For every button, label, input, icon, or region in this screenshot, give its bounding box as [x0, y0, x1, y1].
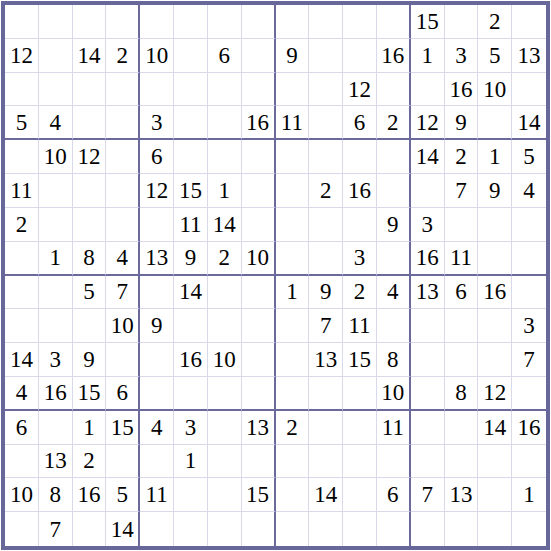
cell-r15c13-given: 7 — [411, 478, 445, 512]
cell-r6c4-empty[interactable] — [106, 174, 140, 208]
cell-r8c7-given: 2 — [208, 242, 242, 276]
cell-r10c14-empty[interactable] — [445, 309, 479, 343]
cell-r8c11-given: 3 — [343, 242, 377, 276]
cell-r6c11-given: 16 — [343, 174, 377, 208]
cell-r10c6-empty[interactable] — [174, 309, 208, 343]
cell-r7c9-empty[interactable] — [276, 208, 310, 242]
cell-r3c7-empty[interactable] — [208, 73, 242, 107]
cell-r7c14-empty[interactable] — [445, 208, 479, 242]
cell-r15c15-empty[interactable] — [478, 478, 512, 512]
cell-r13c15-given: 14 — [478, 411, 512, 445]
cell-r4c2-given: 4 — [39, 106, 73, 140]
cell-r14c3-given: 2 — [73, 445, 107, 479]
cell-r1c16-empty[interactable] — [512, 5, 546, 39]
cell-r8c10-empty[interactable] — [309, 242, 343, 276]
cell-r14c9-empty[interactable] — [276, 445, 310, 479]
cell-r3c3-empty[interactable] — [73, 73, 107, 107]
cell-r16c4-given: 14 — [106, 512, 140, 546]
cell-r6c13-empty[interactable] — [411, 174, 445, 208]
cell-r9c8-empty[interactable] — [242, 276, 276, 310]
cell-r15c14-given: 13 — [445, 478, 479, 512]
cell-r6c15-given: 9 — [478, 174, 512, 208]
cell-r13c16-given: 16 — [512, 411, 546, 445]
cell-r6c16-given: 4 — [512, 174, 546, 208]
cell-r12c11-empty[interactable] — [343, 377, 377, 411]
cell-r2c6-empty[interactable] — [174, 39, 208, 73]
cell-r1c11-empty[interactable] — [343, 5, 377, 39]
cell-r14c14-empty[interactable] — [445, 445, 479, 479]
cell-r8c14-given: 11 — [445, 242, 479, 276]
cell-r5c2-given: 10 — [39, 140, 73, 174]
cell-r15c1-given: 10 — [5, 478, 39, 512]
cell-r8c4-given: 4 — [106, 242, 140, 276]
cell-r7c2-empty[interactable] — [39, 208, 73, 242]
cell-r2c14-given: 3 — [445, 39, 479, 73]
cell-r7c4-empty[interactable] — [106, 208, 140, 242]
cell-r13c4-given: 15 — [106, 411, 140, 445]
cell-r6c7-given: 1 — [208, 174, 242, 208]
cell-r4c10-empty[interactable] — [309, 106, 343, 140]
cell-r5c7-empty[interactable] — [208, 140, 242, 174]
cell-r14c6-given: 1 — [174, 445, 208, 479]
cell-r9c10-given: 9 — [309, 276, 343, 310]
sudoku-board: 1521214210691613513121610543161162129141… — [1, 1, 550, 550]
cell-r7c1-given: 2 — [5, 208, 39, 242]
cell-r4c13-given: 12 — [411, 106, 445, 140]
cell-r12c1-given: 4 — [5, 377, 39, 411]
cell-r1c5-empty[interactable] — [140, 5, 174, 39]
cell-r15c4-given: 5 — [106, 478, 140, 512]
cell-r5c6-empty[interactable] — [174, 140, 208, 174]
cell-r4c1-given: 5 — [5, 106, 39, 140]
cell-r9c11-given: 2 — [343, 276, 377, 310]
cell-r12c6-empty[interactable] — [174, 377, 208, 411]
cell-r5c15-given: 1 — [478, 140, 512, 174]
cell-r16c13-empty[interactable] — [411, 512, 445, 546]
cell-r9c14-given: 6 — [445, 276, 479, 310]
cell-r12c14-given: 8 — [445, 377, 479, 411]
cell-r13c5-given: 4 — [140, 411, 174, 445]
sudoku-page: 1521214210691613513121610543161162129141… — [0, 0, 551, 551]
cell-r14c15-empty[interactable] — [478, 445, 512, 479]
cell-r3c4-empty[interactable] — [106, 73, 140, 107]
cell-r11c2-given: 3 — [39, 343, 73, 377]
cell-r3c10-empty[interactable] — [309, 73, 343, 107]
cell-r11c13-empty[interactable] — [411, 343, 445, 377]
cell-r3c12-empty[interactable] — [377, 73, 411, 107]
cell-r14c8-empty[interactable] — [242, 445, 276, 479]
cell-r9c16-empty[interactable] — [512, 276, 546, 310]
cell-r6c6-given: 15 — [174, 174, 208, 208]
cell-r10c8-empty[interactable] — [242, 309, 276, 343]
cell-r1c2-empty[interactable] — [39, 5, 73, 39]
cell-r13c3-given: 1 — [73, 411, 107, 445]
cell-r5c1-empty[interactable] — [5, 140, 39, 174]
cell-r6c14-given: 7 — [445, 174, 479, 208]
cell-r15c16-given: 1 — [512, 478, 546, 512]
cell-r16c8-empty[interactable] — [242, 512, 276, 546]
cell-r7c10-empty[interactable] — [309, 208, 343, 242]
cell-r16c10-empty[interactable] — [309, 512, 343, 546]
cell-r4c6-empty[interactable] — [174, 106, 208, 140]
cell-r6c9-empty[interactable] — [276, 174, 310, 208]
cell-r12c8-empty[interactable] — [242, 377, 276, 411]
cell-r14c10-empty[interactable] — [309, 445, 343, 479]
cell-r16c9-empty[interactable] — [276, 512, 310, 546]
cell-r5c9-empty[interactable] — [276, 140, 310, 174]
cell-r11c15-empty[interactable] — [478, 343, 512, 377]
cell-r8c5-given: 13 — [140, 242, 174, 276]
cell-r8c15-empty[interactable] — [478, 242, 512, 276]
cell-r10c2-empty[interactable] — [39, 309, 73, 343]
cell-r11c5-empty[interactable] — [140, 343, 174, 377]
cell-r9c7-empty[interactable] — [208, 276, 242, 310]
cell-r16c12-empty[interactable] — [377, 512, 411, 546]
cell-r13c2-empty[interactable] — [39, 411, 73, 445]
cell-r14c1-empty[interactable] — [5, 445, 39, 479]
cell-r6c12-empty[interactable] — [377, 174, 411, 208]
cell-r12c13-empty[interactable] — [411, 377, 445, 411]
cell-r12c3-given: 15 — [73, 377, 107, 411]
cell-r1c12-empty[interactable] — [377, 5, 411, 39]
cell-r11c10-given: 13 — [309, 343, 343, 377]
cell-r1c3-empty[interactable] — [73, 5, 107, 39]
cell-r5c10-empty[interactable] — [309, 140, 343, 174]
cell-r12c2-given: 16 — [39, 377, 73, 411]
cell-r4c3-empty[interactable] — [73, 106, 107, 140]
cell-r13c7-empty[interactable] — [208, 411, 242, 445]
cell-r2c2-empty[interactable] — [39, 39, 73, 73]
cell-r14c5-empty[interactable] — [140, 445, 174, 479]
cell-r7c11-empty[interactable] — [343, 208, 377, 242]
cell-r16c16-empty[interactable] — [512, 512, 546, 546]
cell-r13c14-empty[interactable] — [445, 411, 479, 445]
cell-r8c16-empty[interactable] — [512, 242, 546, 276]
cell-r3c8-empty[interactable] — [242, 73, 276, 107]
cell-r7c6-given: 11 — [174, 208, 208, 242]
cell-r4c11-given: 6 — [343, 106, 377, 140]
cell-r3c2-empty[interactable] — [39, 73, 73, 107]
cell-r14c4-empty[interactable] — [106, 445, 140, 479]
cell-r4c8-given: 16 — [242, 106, 276, 140]
cell-r10c7-empty[interactable] — [208, 309, 242, 343]
cell-r10c15-empty[interactable] — [478, 309, 512, 343]
cell-r5c8-empty[interactable] — [242, 140, 276, 174]
cell-r11c1-given: 14 — [5, 343, 39, 377]
cell-r7c7-given: 14 — [208, 208, 242, 242]
cell-r8c3-given: 8 — [73, 242, 107, 276]
cell-r1c8-empty[interactable] — [242, 5, 276, 39]
cell-r7c5-empty[interactable] — [140, 208, 174, 242]
cell-r2c5-given: 10 — [140, 39, 174, 73]
cell-r8c9-empty[interactable] — [276, 242, 310, 276]
cell-r11c6-given: 16 — [174, 343, 208, 377]
cell-r9c1-empty[interactable] — [5, 276, 39, 310]
cell-r3c9-empty[interactable] — [276, 73, 310, 107]
cell-r2c1-given: 12 — [5, 39, 39, 73]
cell-r14c11-empty[interactable] — [343, 445, 377, 479]
cell-r13c13-empty[interactable] — [411, 411, 445, 445]
cell-r11c8-empty[interactable] — [242, 343, 276, 377]
cell-r6c2-empty[interactable] — [39, 174, 73, 208]
cell-r5c14-given: 2 — [445, 140, 479, 174]
cell-r12c9-empty[interactable] — [276, 377, 310, 411]
cell-r11c4-empty[interactable] — [106, 343, 140, 377]
cell-r6c10-given: 2 — [309, 174, 343, 208]
cell-r7c3-empty[interactable] — [73, 208, 107, 242]
cell-r15c11-empty[interactable] — [343, 478, 377, 512]
cell-r4c5-given: 3 — [140, 106, 174, 140]
cell-r1c15-given: 2 — [478, 5, 512, 39]
cell-r9c3-given: 5 — [73, 276, 107, 310]
cell-r7c8-empty[interactable] — [242, 208, 276, 242]
cell-r11c16-given: 7 — [512, 343, 546, 377]
cell-r2c10-empty[interactable] — [309, 39, 343, 73]
cell-r10c12-empty[interactable] — [377, 309, 411, 343]
cell-r16c7-empty[interactable] — [208, 512, 242, 546]
cell-r1c4-empty[interactable] — [106, 5, 140, 39]
cell-r4c15-empty[interactable] — [478, 106, 512, 140]
cell-r9c6-given: 14 — [174, 276, 208, 310]
cell-r3c13-empty[interactable] — [411, 73, 445, 107]
cell-r13c8-given: 13 — [242, 411, 276, 445]
cell-r9c2-empty[interactable] — [39, 276, 73, 310]
cell-r13c10-empty[interactable] — [309, 411, 343, 445]
cell-r15c10-given: 14 — [309, 478, 343, 512]
cell-r16c6-empty[interactable] — [174, 512, 208, 546]
cell-r15c12-given: 6 — [377, 478, 411, 512]
cell-r4c4-empty[interactable] — [106, 106, 140, 140]
cell-r1c6-empty[interactable] — [174, 5, 208, 39]
cell-r8c8-given: 10 — [242, 242, 276, 276]
cell-r8c1-empty[interactable] — [5, 242, 39, 276]
cell-r12c7-empty[interactable] — [208, 377, 242, 411]
cell-r1c14-empty[interactable] — [445, 5, 479, 39]
cell-r1c10-empty[interactable] — [309, 5, 343, 39]
cell-r9c9-given: 1 — [276, 276, 310, 310]
cell-r2c4-given: 2 — [106, 39, 140, 73]
cell-r3c16-empty[interactable] — [512, 73, 546, 107]
cell-r12c5-empty[interactable] — [140, 377, 174, 411]
cell-r4c7-empty[interactable] — [208, 106, 242, 140]
cell-r15c8-given: 15 — [242, 478, 276, 512]
cell-r6c3-empty[interactable] — [73, 174, 107, 208]
cell-r10c11-given: 11 — [343, 309, 377, 343]
cell-r10c4-given: 10 — [106, 309, 140, 343]
cell-r11c9-empty[interactable] — [276, 343, 310, 377]
cell-r6c8-empty[interactable] — [242, 174, 276, 208]
cell-r6c1-given: 11 — [5, 174, 39, 208]
cell-r8c13-given: 16 — [411, 242, 445, 276]
cell-r16c5-empty[interactable] — [140, 512, 174, 546]
cell-r2c11-empty[interactable] — [343, 39, 377, 73]
cell-r12c16-empty[interactable] — [512, 377, 546, 411]
cell-r14c7-empty[interactable] — [208, 445, 242, 479]
cell-r2c8-empty[interactable] — [242, 39, 276, 73]
cell-r15c2-given: 8 — [39, 478, 73, 512]
cell-r1c1-empty[interactable] — [5, 5, 39, 39]
cell-r1c13-given: 15 — [411, 5, 445, 39]
cell-r13c1-given: 6 — [5, 411, 39, 445]
cell-r10c5-given: 9 — [140, 309, 174, 343]
cell-r9c15-given: 16 — [478, 276, 512, 310]
cell-r2c15-given: 5 — [478, 39, 512, 73]
cell-r7c16-empty[interactable] — [512, 208, 546, 242]
cell-r2c7-given: 6 — [208, 39, 242, 73]
cell-r11c11-given: 15 — [343, 343, 377, 377]
cell-r2c9-given: 9 — [276, 39, 310, 73]
cell-r3c5-empty[interactable] — [140, 73, 174, 107]
cell-r5c13-given: 14 — [411, 140, 445, 174]
cell-r2c13-given: 1 — [411, 39, 445, 73]
cell-r7c15-empty[interactable] — [478, 208, 512, 242]
cell-r13c6-given: 3 — [174, 411, 208, 445]
cell-r2c16-given: 13 — [512, 39, 546, 73]
cell-r12c15-given: 12 — [478, 377, 512, 411]
cell-r11c7-given: 10 — [208, 343, 242, 377]
cell-r10c9-empty[interactable] — [276, 309, 310, 343]
cell-r2c3-given: 14 — [73, 39, 107, 73]
cell-r16c15-empty[interactable] — [478, 512, 512, 546]
cell-r16c11-empty[interactable] — [343, 512, 377, 546]
cell-r15c7-empty[interactable] — [208, 478, 242, 512]
cell-r9c4-given: 7 — [106, 276, 140, 310]
cell-r1c7-empty[interactable] — [208, 5, 242, 39]
cell-r7c12-given: 9 — [377, 208, 411, 242]
cell-r5c4-empty[interactable] — [106, 140, 140, 174]
cell-r15c6-empty[interactable] — [174, 478, 208, 512]
cell-r5c3-given: 12 — [73, 140, 107, 174]
cell-r13c9-given: 2 — [276, 411, 310, 445]
cell-r2c12-given: 16 — [377, 39, 411, 73]
cell-r14c13-empty[interactable] — [411, 445, 445, 479]
cell-r4c16-given: 14 — [512, 106, 546, 140]
cell-r15c9-empty[interactable] — [276, 478, 310, 512]
cell-r14c12-empty[interactable] — [377, 445, 411, 479]
cell-r1c9-empty[interactable] — [276, 5, 310, 39]
cell-r9c13-given: 13 — [411, 276, 445, 310]
cell-r8c12-empty[interactable] — [377, 242, 411, 276]
cell-r9c12-given: 4 — [377, 276, 411, 310]
cell-r4c14-given: 9 — [445, 106, 479, 140]
cell-r11c14-empty[interactable] — [445, 343, 479, 377]
cell-r5c16-given: 5 — [512, 140, 546, 174]
cell-r14c2-given: 13 — [39, 445, 73, 479]
cell-r10c1-empty[interactable] — [5, 309, 39, 343]
cell-r3c14-given: 16 — [445, 73, 479, 107]
cell-r14c16-empty[interactable] — [512, 445, 546, 479]
cell-r10c13-empty[interactable] — [411, 309, 445, 343]
cell-r10c16-given: 3 — [512, 309, 546, 343]
cell-r6c5-given: 12 — [140, 174, 174, 208]
cell-r5c12-empty[interactable] — [377, 140, 411, 174]
cell-r16c1-empty[interactable] — [5, 512, 39, 546]
cell-r5c11-empty[interactable] — [343, 140, 377, 174]
cell-r5c5-given: 6 — [140, 140, 174, 174]
cell-r4c9-given: 11 — [276, 106, 310, 140]
cell-r3c1-empty[interactable] — [5, 73, 39, 107]
cell-r15c3-given: 16 — [73, 478, 107, 512]
cell-r13c12-given: 11 — [377, 411, 411, 445]
cell-r13c11-empty[interactable] — [343, 411, 377, 445]
cell-r12c4-given: 6 — [106, 377, 140, 411]
cell-r10c3-empty[interactable] — [73, 309, 107, 343]
cell-r7c13-given: 3 — [411, 208, 445, 242]
cell-r12c12-given: 10 — [377, 377, 411, 411]
cell-r10c10-given: 7 — [309, 309, 343, 343]
cell-r3c6-empty[interactable] — [174, 73, 208, 107]
cell-r16c2-given: 7 — [39, 512, 73, 546]
cell-r16c14-empty[interactable] — [445, 512, 479, 546]
cell-r4c12-given: 2 — [377, 106, 411, 140]
cell-r11c3-given: 9 — [73, 343, 107, 377]
cell-r8c6-given: 9 — [174, 242, 208, 276]
cell-r12c10-empty[interactable] — [309, 377, 343, 411]
cell-r3c15-given: 10 — [478, 73, 512, 107]
cell-r16c3-empty[interactable] — [73, 512, 107, 546]
cell-r3c11-given: 12 — [343, 73, 377, 107]
cell-r11c12-given: 8 — [377, 343, 411, 377]
cell-r9c5-empty[interactable] — [140, 276, 174, 310]
cell-r15c5-given: 11 — [140, 478, 174, 512]
cell-r8c2-given: 1 — [39, 242, 73, 276]
